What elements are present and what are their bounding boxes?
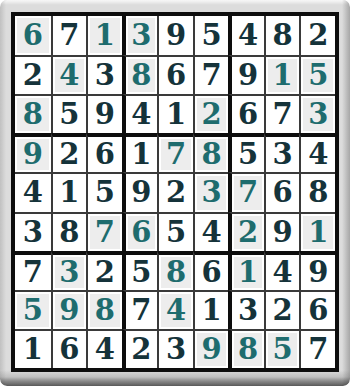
cell-r1c7[interactable]: 4 [228, 16, 264, 55]
cell-r9c6[interactable]: 9 [193, 329, 229, 368]
cell-r9c2[interactable]: 6 [51, 329, 87, 368]
cell-r3c2[interactable]: 5 [51, 94, 87, 133]
cell-r2c9[interactable]: 5 [299, 55, 335, 94]
cell-r9c8[interactable]: 5 [264, 329, 300, 368]
cell-r2c2[interactable]: 4 [51, 55, 87, 94]
cell-r9c4[interactable]: 2 [122, 329, 158, 368]
cell-r4c3[interactable]: 6 [86, 133, 122, 172]
cell-r1c1[interactable]: 6 [15, 16, 51, 55]
cell-r3c1[interactable]: 8 [15, 94, 51, 133]
cell-r1c3[interactable]: 1 [86, 16, 122, 55]
cell-r3c3[interactable]: 9 [86, 94, 122, 133]
cell-r5c8[interactable]: 6 [264, 172, 300, 211]
cell-r1c2[interactable]: 7 [51, 16, 87, 55]
cell-r6c9[interactable]: 1 [299, 212, 335, 251]
cell-r8c7[interactable]: 3 [228, 290, 264, 329]
cell-r5c1[interactable]: 4 [15, 172, 51, 211]
cell-r3c9[interactable]: 3 [299, 94, 335, 133]
cell-r9c3[interactable]: 4 [86, 329, 122, 368]
cell-r5c4[interactable]: 9 [122, 172, 158, 211]
cell-r3c6[interactable]: 2 [193, 94, 229, 133]
cell-r3c4[interactable]: 4 [122, 94, 158, 133]
cell-r8c9[interactable]: 6 [299, 290, 335, 329]
cell-r7c6[interactable]: 6 [193, 251, 229, 290]
cell-r4c4[interactable]: 1 [122, 133, 158, 172]
cell-r7c7[interactable]: 1 [228, 251, 264, 290]
cell-r6c4[interactable]: 6 [122, 212, 158, 251]
cell-r5c3[interactable]: 5 [86, 172, 122, 211]
cell-r9c5[interactable]: 3 [157, 329, 193, 368]
cell-r8c6[interactable]: 1 [193, 290, 229, 329]
cell-r5c7[interactable]: 7 [228, 172, 264, 211]
cell-r4c1[interactable]: 9 [15, 133, 51, 172]
cell-r2c4[interactable]: 8 [122, 55, 158, 94]
cell-r5c9[interactable]: 8 [299, 172, 335, 211]
cell-r4c2[interactable]: 2 [51, 133, 87, 172]
cell-r2c7[interactable]: 9 [228, 55, 264, 94]
cell-r2c1[interactable]: 2 [15, 55, 51, 94]
cell-r6c6[interactable]: 4 [193, 212, 229, 251]
cell-r7c1[interactable]: 7 [15, 251, 51, 290]
cell-r1c9[interactable]: 2 [299, 16, 335, 55]
cell-r2c6[interactable]: 7 [193, 55, 229, 94]
cell-r2c5[interactable]: 6 [157, 55, 193, 94]
cell-r6c8[interactable]: 9 [264, 212, 300, 251]
cell-r2c3[interactable]: 3 [86, 55, 122, 94]
cell-r4c9[interactable]: 4 [299, 133, 335, 172]
cell-r3c7[interactable]: 6 [228, 94, 264, 133]
sudoku-widget-frame: 6713954822438679158594126739261785344159… [0, 0, 350, 386]
cell-r2c8[interactable]: 1 [264, 55, 300, 94]
cell-r8c2[interactable]: 9 [51, 290, 87, 329]
cell-r5c6[interactable]: 3 [193, 172, 229, 211]
cell-r6c7[interactable]: 2 [228, 212, 264, 251]
cell-r1c4[interactable]: 3 [122, 16, 158, 55]
cell-r7c2[interactable]: 3 [51, 251, 87, 290]
cell-r1c6[interactable]: 5 [193, 16, 229, 55]
cell-r6c1[interactable]: 3 [15, 212, 51, 251]
cell-r9c9[interactable]: 7 [299, 329, 335, 368]
cell-r8c5[interactable]: 4 [157, 290, 193, 329]
cell-r9c7[interactable]: 8 [228, 329, 264, 368]
cell-r3c5[interactable]: 1 [157, 94, 193, 133]
cell-r1c8[interactable]: 8 [264, 16, 300, 55]
cell-r3c8[interactable]: 7 [264, 94, 300, 133]
cell-r9c1[interactable]: 1 [15, 329, 51, 368]
cell-r6c3[interactable]: 7 [86, 212, 122, 251]
cell-r7c5[interactable]: 8 [157, 251, 193, 290]
cell-r7c3[interactable]: 2 [86, 251, 122, 290]
cell-r4c6[interactable]: 8 [193, 133, 229, 172]
cell-r6c5[interactable]: 5 [157, 212, 193, 251]
cell-r8c4[interactable]: 7 [122, 290, 158, 329]
cell-r7c9[interactable]: 9 [299, 251, 335, 290]
cell-r4c7[interactable]: 5 [228, 133, 264, 172]
cell-r4c5[interactable]: 7 [157, 133, 193, 172]
cell-r5c2[interactable]: 1 [51, 172, 87, 211]
cell-r1c5[interactable]: 9 [157, 16, 193, 55]
sudoku-board: 6713954822438679158594126739261785344159… [11, 12, 339, 372]
cell-r6c2[interactable]: 8 [51, 212, 87, 251]
cell-r7c4[interactable]: 5 [122, 251, 158, 290]
cell-r4c8[interactable]: 3 [264, 133, 300, 172]
cell-r8c8[interactable]: 2 [264, 290, 300, 329]
cell-r7c8[interactable]: 4 [264, 251, 300, 290]
cell-r5c5[interactable]: 2 [157, 172, 193, 211]
cell-r8c1[interactable]: 5 [15, 290, 51, 329]
cell-r8c3[interactable]: 8 [86, 290, 122, 329]
